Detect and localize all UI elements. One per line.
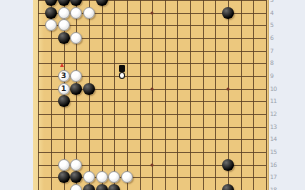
white-stone <box>96 171 108 183</box>
row-coordinate-label: 18 <box>270 187 277 190</box>
white-stone <box>83 171 95 183</box>
grid-line-horizontal <box>38 63 267 64</box>
row-coordinate-label: 6 <box>270 35 273 41</box>
white-stone <box>58 19 70 31</box>
red-triangle-marker <box>60 63 64 67</box>
grid-line-vertical <box>203 0 204 190</box>
white-stone <box>83 7 95 19</box>
black-stone <box>222 7 234 19</box>
grid-line-vertical <box>102 0 103 190</box>
grid-line-vertical <box>215 0 216 190</box>
black-stone <box>96 184 108 190</box>
hoshi-point <box>151 11 154 14</box>
black-stone <box>222 184 234 190</box>
move-number-label: 3 <box>58 70 70 82</box>
white-stone <box>70 32 82 44</box>
row-coordinate-label: 12 <box>270 111 277 117</box>
row-coordinate-label: 11 <box>270 98 277 104</box>
black-stone <box>70 83 82 95</box>
white-stone <box>70 184 82 190</box>
hoshi-point <box>151 163 154 166</box>
black-stone <box>222 159 234 171</box>
white-stone <box>70 7 82 19</box>
white-stone <box>58 7 70 19</box>
white-stone <box>45 19 57 31</box>
grid-line-vertical <box>38 0 39 190</box>
black-stone <box>83 83 95 95</box>
grid-line-vertical <box>89 0 90 190</box>
hoshi-point <box>227 87 230 90</box>
row-coordinate-label: 8 <box>270 60 273 66</box>
grid-line-horizontal <box>38 152 267 153</box>
row-coordinate-label: 9 <box>270 73 273 79</box>
grid-line-horizontal <box>38 114 267 115</box>
left-panel <box>0 0 33 190</box>
grid-line-vertical <box>177 0 178 190</box>
row-coordinate-label: 4 <box>270 10 273 16</box>
grid-line-vertical <box>140 0 141 190</box>
row-coordinate-label: 15 <box>270 149 277 155</box>
black-stone <box>58 0 70 6</box>
grid-line-horizontal <box>38 25 267 26</box>
grid-line-vertical <box>241 0 242 190</box>
move-number-label: 1 <box>58 83 70 95</box>
grid-line-vertical <box>127 0 128 190</box>
grid-line-vertical <box>165 0 166 190</box>
white-stone <box>121 171 133 183</box>
go-board[interactable]: 31 <box>33 0 270 190</box>
black-stone <box>70 171 82 183</box>
row-coordinate-label: 5 <box>270 22 273 28</box>
black-stone <box>96 0 108 6</box>
row-coordinate-label: 7 <box>270 48 273 54</box>
white-stone <box>58 159 70 171</box>
app-canvas: 31 3456789101112131415161718 <box>0 0 304 190</box>
black-stone <box>108 184 120 190</box>
row-coordinate-label: 13 <box>270 124 277 130</box>
grid-line-vertical <box>152 0 153 190</box>
cursor-black-square <box>119 65 126 73</box>
grid-line-vertical <box>266 0 267 190</box>
grid-line-horizontal <box>38 127 267 128</box>
white-stone <box>108 171 120 183</box>
row-coordinate-label: 16 <box>270 162 277 168</box>
white-stone <box>70 159 82 171</box>
black-stone <box>70 0 82 6</box>
row-coordinate-label: 17 <box>270 174 277 180</box>
cursor-white-stone <box>119 72 126 79</box>
black-stone <box>45 0 57 6</box>
grid-line-vertical <box>253 0 254 190</box>
black-stone <box>58 32 70 44</box>
black-stone <box>83 184 95 190</box>
grid-line-vertical <box>190 0 191 190</box>
row-coordinate-label: 3 <box>270 0 273 3</box>
row-coordinate-label: 10 <box>270 86 277 92</box>
black-stone <box>58 171 70 183</box>
hoshi-point <box>151 87 154 90</box>
grid-line-vertical <box>114 0 115 190</box>
grid-line-horizontal <box>38 51 267 52</box>
row-coordinate-label: 14 <box>270 136 277 142</box>
right-panel: 3456789101112131415161718 <box>269 0 305 190</box>
grid-line-horizontal <box>38 101 267 102</box>
white-stone <box>70 70 82 82</box>
black-stone <box>58 95 70 107</box>
black-stone <box>45 7 57 19</box>
grid-line-horizontal <box>38 139 267 140</box>
